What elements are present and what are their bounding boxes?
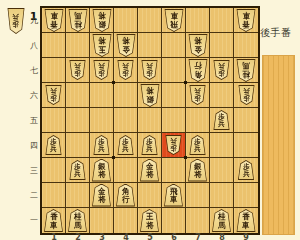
- piece-kanji: 兵: [98, 145, 104, 153]
- square-6-6[interactable]: 歩兵: [162, 133, 186, 158]
- hoshi-dot: [184, 81, 187, 84]
- square-7-5[interactable]: [186, 108, 210, 133]
- rank-label-6: 四: [29, 133, 39, 158]
- square-7-7[interactable]: 銀将: [186, 158, 210, 183]
- square-2-9[interactable]: 桂馬: [66, 208, 90, 233]
- piece-face: 角行: [189, 60, 207, 81]
- square-6-8[interactable]: 飛車: [162, 183, 186, 208]
- piece-kanji: 兵: [50, 145, 56, 153]
- piece-kanji: 将: [98, 170, 105, 179]
- piece-kanji: 兵: [243, 170, 249, 178]
- square-5-9[interactable]: 王将: [138, 208, 162, 233]
- square-3-2[interactable]: 玉将: [90, 33, 114, 58]
- piece-kanji: 兵: [50, 88, 56, 96]
- piece-face: 歩兵: [94, 136, 109, 154]
- piece-face: 銀将: [189, 160, 207, 181]
- square-1-5[interactable]: [42, 108, 66, 133]
- piece-face: 歩兵: [142, 136, 157, 154]
- piece-gote-osho[interactable]: 王将: [140, 209, 160, 232]
- piece-sente-fu[interactable]: 歩兵: [69, 60, 86, 80]
- hoshi-dot: [184, 156, 187, 159]
- piece-kanji: 歩: [122, 70, 128, 78]
- piece-face: 玉将: [93, 35, 111, 56]
- piece-kanji: 将: [98, 195, 105, 204]
- square-2-3[interactable]: 歩兵: [66, 58, 90, 83]
- piece-face: 歩兵: [214, 61, 229, 79]
- piece-gote-kyosha[interactable]: 香車: [236, 209, 256, 232]
- piece-face: 金将: [189, 35, 207, 56]
- rank-label-7: 三: [29, 158, 39, 183]
- piece-face: 金将: [141, 160, 159, 181]
- square-1-2[interactable]: [42, 33, 66, 58]
- square-5-2[interactable]: [138, 33, 162, 58]
- piece-kanji: 車: [170, 195, 177, 204]
- square-4-8[interactable]: 角行: [114, 183, 138, 208]
- piece-sente-fu[interactable]: 歩兵: [238, 85, 255, 105]
- piece-face: 桂馬: [69, 210, 87, 231]
- piece-kanji: 兵: [74, 170, 80, 178]
- piece-face: 桂馬: [213, 210, 231, 231]
- piece-face: 銀将: [141, 85, 159, 106]
- file-label-8: 8: [210, 233, 234, 240]
- square-7-6[interactable]: 歩兵: [186, 133, 210, 158]
- square-4-4[interactable]: [114, 83, 138, 108]
- square-1-7[interactable]: [42, 158, 66, 183]
- piece-sente-fu[interactable]: 歩兵: [117, 60, 134, 80]
- square-4-7[interactable]: [114, 158, 138, 183]
- square-3-6[interactable]: 歩兵: [90, 133, 114, 158]
- piece-kanji: 将: [146, 170, 153, 179]
- square-1-9[interactable]: 香車: [42, 208, 66, 233]
- piece-kanji: 兵: [146, 145, 152, 153]
- square-5-6[interactable]: 歩兵: [138, 133, 162, 158]
- square-6-1[interactable]: 飛車: [162, 8, 186, 33]
- piece-kanji: 兵: [122, 63, 128, 71]
- piece-kanji: 歩: [218, 70, 224, 78]
- piece-face: 香車: [237, 210, 255, 231]
- piece-face: 飛車: [165, 185, 183, 206]
- square-4-5[interactable]: [114, 108, 138, 133]
- piece-kanji: 車: [242, 221, 249, 230]
- square-9-6[interactable]: [234, 133, 258, 158]
- square-8-8[interactable]: [210, 183, 234, 208]
- square-7-1[interactable]: [186, 8, 210, 33]
- piece-sente-fu[interactable]: 歩兵: [45, 85, 62, 105]
- square-1-6[interactable]: 歩兵: [42, 133, 66, 158]
- piece-kanji: 行: [194, 62, 201, 71]
- square-9-9[interactable]: 香車: [234, 208, 258, 233]
- piece-face: 歩兵: [166, 136, 181, 154]
- piece-sente-fu[interactable]: 歩兵: [189, 85, 206, 105]
- piece-face: 桂馬: [237, 60, 255, 81]
- piece-sente-kin[interactable]: 金将: [188, 34, 208, 57]
- piece-kanji: 馬: [242, 62, 249, 71]
- piece-kanji: 馬: [74, 12, 81, 21]
- piece-gote-fu[interactable]: 歩兵: [213, 110, 230, 130]
- square-8-6[interactable]: [210, 133, 234, 158]
- square-8-2[interactable]: [210, 33, 234, 58]
- file-label-3: 3: [90, 233, 114, 240]
- square-8-3[interactable]: 歩兵: [210, 58, 234, 83]
- file-label-6: 6: [162, 233, 186, 240]
- square-4-9[interactable]: [114, 208, 138, 233]
- piece-face: 角行: [117, 185, 135, 206]
- square-8-7[interactable]: [210, 158, 234, 183]
- piece-kanji: 馬: [218, 221, 225, 230]
- piece-kanji: 車: [242, 12, 249, 21]
- piece-kanji: 兵: [170, 138, 176, 146]
- square-3-8[interactable]: 金将: [90, 183, 114, 208]
- piece-kanji: 兵: [98, 63, 104, 71]
- piece-sente-keima[interactable]: 桂馬: [68, 9, 88, 32]
- piece-kanji: 馬: [74, 221, 81, 230]
- piece-kanji: 行: [122, 195, 129, 204]
- piece-sente-gyoku[interactable]: 玉将: [92, 34, 112, 57]
- square-9-3[interactable]: 桂馬: [234, 58, 258, 83]
- piece-sente-hisha[interactable]: 飛車: [164, 9, 184, 32]
- piece-kanji: 兵: [218, 120, 224, 128]
- square-2-6[interactable]: [66, 133, 90, 158]
- piece-gote-kin[interactable]: 金将: [92, 184, 112, 207]
- square-9-4[interactable]: 歩兵: [234, 83, 258, 108]
- gote-hand-tray: [262, 55, 295, 235]
- square-9-1[interactable]: 香車: [234, 8, 258, 33]
- piece-sente-fu[interactable]: 歩兵: [213, 60, 230, 80]
- piece-kanji: 歩: [50, 95, 56, 103]
- file-label-4: 4: [114, 233, 138, 240]
- piece-sente-kyosha[interactable]: 香車: [44, 9, 64, 32]
- piece-gote-hisha[interactable]: 飛車: [164, 184, 184, 207]
- piece-gote-kyosha[interactable]: 香車: [44, 209, 64, 232]
- square-9-2[interactable]: [234, 33, 258, 58]
- rank-label-9: 一: [29, 208, 39, 233]
- square-7-3[interactable]: 角行: [186, 58, 210, 83]
- file-label-5: 5: [138, 233, 162, 240]
- piece-face: 歩兵: [118, 61, 133, 79]
- square-3-3[interactable]: 歩兵: [90, 58, 114, 83]
- square-9-8[interactable]: [234, 183, 258, 208]
- piece-face: 歩兵: [46, 86, 61, 104]
- piece-kanji: 将: [98, 37, 105, 46]
- piece-face: 桂馬: [69, 10, 87, 31]
- square-6-4[interactable]: [162, 83, 186, 108]
- square-2-8[interactable]: [66, 183, 90, 208]
- square-7-4[interactable]: 歩兵: [186, 83, 210, 108]
- piece-gote-fu[interactable]: 歩兵: [141, 135, 158, 155]
- square-5-1[interactable]: [138, 8, 162, 33]
- piece-kanji: 将: [146, 87, 153, 96]
- piece-kanji: 将: [98, 12, 105, 21]
- square-3-1[interactable]: 銀将: [90, 8, 114, 33]
- piece-face: 金将: [117, 35, 135, 56]
- piece-kanji: 兵: [194, 145, 200, 153]
- file-label-2: 2: [66, 233, 90, 240]
- piece-gote-fu[interactable]: 歩兵: [93, 135, 110, 155]
- piece-sente-fu[interactable]: 歩兵: [165, 135, 182, 155]
- piece-face: 歩兵: [118, 136, 133, 154]
- piece-face: 歩兵: [190, 86, 205, 104]
- square-5-5[interactable]: [138, 108, 162, 133]
- piece-sente-gin[interactable]: 銀将: [92, 9, 112, 32]
- rank-label-3: 七: [29, 58, 39, 83]
- hoshi-dot: [112, 156, 115, 159]
- piece-sente-gin[interactable]: 銀将: [140, 84, 160, 107]
- square-7-2[interactable]: 金将: [186, 33, 210, 58]
- piece-face: 歩兵: [70, 161, 85, 179]
- square-5-3[interactable]: 歩兵: [138, 58, 162, 83]
- rank-label-4: 六: [29, 83, 39, 108]
- rank-label-5: 五: [29, 108, 39, 133]
- piece-kanji: 車: [50, 221, 57, 230]
- piece-face: 銀将: [93, 10, 111, 31]
- piece-kanji: 兵: [146, 63, 152, 71]
- square-2-4[interactable]: [66, 83, 90, 108]
- piece-kanji: 歩: [170, 145, 176, 153]
- piece-gote-fu[interactable]: 歩兵: [189, 135, 206, 155]
- piece-face: 王将: [141, 210, 159, 231]
- piece-face: 香車: [45, 210, 63, 231]
- piece-kanji: 歩: [74, 70, 80, 78]
- square-8-1[interactable]: [210, 8, 234, 33]
- piece-gote-keima[interactable]: 桂馬: [212, 209, 232, 232]
- square-1-3[interactable]: [42, 58, 66, 83]
- hoshi-dot: [112, 81, 115, 84]
- square-5-8[interactable]: [138, 183, 162, 208]
- square-9-5[interactable]: [234, 108, 258, 133]
- rank-label-8: 二: [29, 183, 39, 208]
- square-9-7[interactable]: 歩兵: [234, 158, 258, 183]
- piece-gote-fu[interactable]: 歩兵: [69, 160, 86, 180]
- piece-face: 香車: [237, 10, 255, 31]
- square-6-9[interactable]: [162, 208, 186, 233]
- piece-kanji: 兵: [74, 63, 80, 71]
- square-6-2[interactable]: [162, 33, 186, 58]
- piece-sente-kin[interactable]: 金将: [116, 34, 136, 57]
- piece-gote-kaku[interactable]: 角行: [116, 184, 136, 207]
- piece-kanji: 歩: [194, 95, 200, 103]
- square-2-1[interactable]: 桂馬: [66, 8, 90, 33]
- square-5-4[interactable]: 銀将: [138, 83, 162, 108]
- square-1-1[interactable]: 香車: [42, 8, 66, 33]
- square-6-7[interactable]: [162, 158, 186, 183]
- piece-face: 歩兵: [239, 86, 254, 104]
- square-6-5[interactable]: [162, 108, 186, 133]
- rank-label-1: 九: [29, 8, 39, 33]
- piece-sente-fu[interactable]: 歩兵: [141, 60, 158, 80]
- piece-face: 歩兵: [142, 61, 157, 79]
- square-7-8[interactable]: [186, 183, 210, 208]
- piece-gote-keima[interactable]: 桂馬: [68, 209, 88, 232]
- file-label-1: 1: [42, 233, 66, 240]
- file-label-9: 9: [234, 233, 258, 240]
- square-3-5[interactable]: [90, 108, 114, 133]
- square-7-9[interactable]: [186, 208, 210, 233]
- piece-face: 歩兵: [46, 136, 61, 154]
- square-8-4[interactable]: [210, 83, 234, 108]
- square-3-4[interactable]: [90, 83, 114, 108]
- rank-label-2: 八: [29, 33, 39, 58]
- square-1-8[interactable]: [42, 183, 66, 208]
- piece-face: 銀将: [93, 160, 111, 181]
- piece-kanji: 車: [170, 12, 177, 21]
- square-3-7[interactable]: 銀将: [90, 158, 114, 183]
- piece-kanji: 将: [146, 221, 153, 230]
- piece-gote-fu[interactable]: 歩兵: [117, 135, 134, 155]
- square-3-9[interactable]: [90, 208, 114, 233]
- square-2-7[interactable]: 歩兵: [66, 158, 90, 183]
- piece-kanji: 兵: [243, 88, 249, 96]
- piece-kanji: 将: [194, 37, 201, 46]
- square-4-1[interactable]: [114, 8, 138, 33]
- square-1-4[interactable]: 歩兵: [42, 83, 66, 108]
- piece-kanji: 兵: [194, 88, 200, 96]
- shogi-app: 歩兵 1 後手番 香車桂馬銀将飛車香車玉将金将金将歩兵歩兵歩兵歩兵角行歩兵桂馬歩…: [0, 0, 300, 240]
- piece-face: 歩兵: [214, 111, 229, 129]
- piece-sente-kaku[interactable]: 角行: [188, 59, 208, 82]
- piece-kanji: 将: [122, 37, 129, 46]
- piece-kanji: 歩: [243, 95, 249, 103]
- square-4-2[interactable]: 金将: [114, 33, 138, 58]
- piece-face: 飛車: [165, 10, 183, 31]
- piece-kanji: 兵: [13, 14, 19, 22]
- piece-kanji: 兵: [218, 63, 224, 71]
- hand-piece-face: 歩兵: [8, 9, 24, 33]
- file-label-7: 7: [186, 233, 210, 240]
- piece-gote-kin[interactable]: 金将: [140, 159, 160, 182]
- piece-gote-fu[interactable]: 歩兵: [45, 135, 62, 155]
- piece-sente-keima[interactable]: 桂馬: [236, 59, 256, 82]
- square-4-3[interactable]: 歩兵: [114, 58, 138, 83]
- piece-face: 香車: [45, 10, 63, 31]
- piece-kanji: 歩: [13, 21, 19, 29]
- piece-face: 歩兵: [190, 136, 205, 154]
- piece-sente-fu[interactable]: 歩兵: [93, 60, 110, 80]
- piece-gote-gin[interactable]: 銀将: [92, 159, 112, 182]
- piece-kanji: 歩: [146, 70, 152, 78]
- piece-face: 歩兵: [239, 161, 254, 179]
- square-8-9[interactable]: 桂馬: [210, 208, 234, 233]
- square-2-5[interactable]: [66, 108, 90, 133]
- piece-sente-kyosha[interactable]: 香車: [236, 9, 256, 32]
- square-2-2[interactable]: [66, 33, 90, 58]
- piece-face: 歩兵: [70, 61, 85, 79]
- shogi-board[interactable]: 香車桂馬銀将飛車香車玉将金将金将歩兵歩兵歩兵歩兵角行歩兵桂馬歩兵銀将歩兵歩兵歩兵…: [40, 6, 260, 235]
- square-6-3[interactable]: [162, 58, 186, 83]
- turn-indicator: 後手番: [260, 26, 298, 40]
- piece-gote-gin[interactable]: 銀将: [188, 159, 208, 182]
- hand-piece-sente-fu[interactable]: 歩兵: [7, 8, 25, 34]
- square-8-5[interactable]: 歩兵: [210, 108, 234, 133]
- piece-face: 歩兵: [94, 61, 109, 79]
- piece-gote-fu[interactable]: 歩兵: [238, 160, 255, 180]
- square-5-7[interactable]: 金将: [138, 158, 162, 183]
- square-4-6[interactable]: 歩兵: [114, 133, 138, 158]
- piece-kanji: 将: [194, 170, 201, 179]
- piece-kanji: 兵: [122, 145, 128, 153]
- piece-face: 金将: [93, 185, 111, 206]
- piece-kanji: 歩: [98, 70, 104, 78]
- piece-kanji: 車: [50, 12, 57, 21]
